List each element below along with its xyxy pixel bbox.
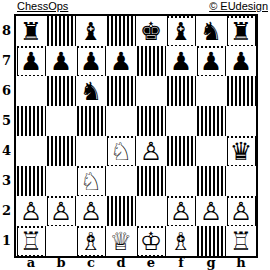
square-c6[interactable]: ♞: [76, 76, 106, 106]
file-label-d: d: [106, 256, 136, 270]
piece-black-king[interactable]: ♚: [138, 18, 164, 45]
piece-white-rook[interactable]: ♖: [18, 228, 44, 255]
piece-black-pawn[interactable]: ♟: [228, 48, 254, 75]
square-a1[interactable]: ♖: [16, 226, 46, 256]
square-f8[interactable]: ♝: [166, 16, 196, 46]
square-h1[interactable]: ♖: [226, 226, 256, 256]
square-f6[interactable]: [166, 76, 196, 106]
square-c1[interactable]: ♗: [76, 226, 106, 256]
square-f4[interactable]: [166, 136, 196, 166]
square-g6[interactable]: [196, 76, 226, 106]
piece-white-knight[interactable]: ♘: [78, 168, 104, 195]
square-e7[interactable]: [136, 46, 166, 76]
square-e5[interactable]: [136, 106, 166, 136]
rank-label-4: 4: [0, 136, 13, 166]
square-b7[interactable]: ♟: [46, 46, 76, 76]
square-g1[interactable]: [196, 226, 226, 256]
square-b5[interactable]: [46, 106, 76, 136]
square-h8[interactable]: ♜: [226, 16, 256, 46]
page: { "header": { "title": "ChessOps", "cred…: [0, 0, 270, 270]
square-f2[interactable]: ♙: [166, 196, 196, 226]
square-g7[interactable]: ♟: [196, 46, 226, 76]
square-a6[interactable]: [16, 76, 46, 106]
square-d1[interactable]: ♕: [106, 226, 136, 256]
square-d7[interactable]: ♟: [106, 46, 136, 76]
rank-label-7: 7: [0, 46, 13, 76]
file-label-b: b: [46, 256, 76, 270]
file-label-h: h: [226, 256, 256, 270]
file-label-c: c: [76, 256, 106, 270]
title-bar: ChessOps © EUdesign: [0, 0, 270, 14]
piece-white-queen[interactable]: ♕: [108, 228, 134, 255]
square-b1[interactable]: [46, 226, 76, 256]
rank-labels: 87654321: [0, 16, 14, 256]
square-f1[interactable]: ♗: [166, 226, 196, 256]
square-e4[interactable]: ♙: [136, 136, 166, 166]
square-f3[interactable]: [166, 166, 196, 196]
square-c7[interactable]: ♟: [76, 46, 106, 76]
app-title: ChessOps: [17, 0, 68, 12]
square-g5[interactable]: [196, 106, 226, 136]
square-a5[interactable]: [16, 106, 46, 136]
rank-label-2: 2: [0, 196, 13, 226]
square-h2[interactable]: ♙: [226, 196, 256, 226]
square-c8[interactable]: ♝: [76, 16, 106, 46]
piece-black-bishop[interactable]: ♝: [168, 18, 194, 45]
square-b8[interactable]: [46, 16, 76, 46]
piece-white-bishop[interactable]: ♗: [168, 228, 194, 255]
square-h4[interactable]: ♛: [226, 136, 256, 166]
square-c5[interactable]: [76, 106, 106, 136]
piece-black-knight[interactable]: ♞: [198, 18, 224, 45]
square-c4[interactable]: [76, 136, 106, 166]
piece-white-pawn[interactable]: ♙: [168, 198, 194, 225]
square-e6[interactable]: [136, 76, 166, 106]
piece-white-bishop[interactable]: ♗: [78, 228, 104, 255]
piece-black-pawn[interactable]: ♟: [168, 48, 194, 75]
square-a4[interactable]: [16, 136, 46, 166]
piece-white-rook[interactable]: ♖: [228, 228, 254, 255]
square-d3[interactable]: [106, 166, 136, 196]
square-d8[interactable]: [106, 16, 136, 46]
rank-label-6: 6: [0, 76, 13, 106]
square-d5[interactable]: [106, 106, 136, 136]
piece-black-rook[interactable]: ♜: [18, 18, 44, 45]
rank-label-3: 3: [0, 166, 13, 196]
piece-white-knight[interactable]: ♘: [108, 138, 134, 165]
file-label-g: g: [196, 256, 226, 270]
piece-white-pawn[interactable]: ♙: [48, 198, 74, 225]
square-d4[interactable]: ♘: [106, 136, 136, 166]
square-b3[interactable]: [46, 166, 76, 196]
square-h5[interactable]: [226, 106, 256, 136]
piece-white-pawn[interactable]: ♙: [78, 198, 104, 225]
piece-black-pawn[interactable]: ♟: [48, 48, 74, 75]
square-g8[interactable]: ♞: [196, 16, 226, 46]
square-g4[interactable]: [196, 136, 226, 166]
piece-black-queen[interactable]: ♛: [228, 138, 254, 165]
file-labels: abcdefgh: [16, 256, 256, 270]
rank-label-5: 5: [0, 106, 13, 136]
piece-black-knight[interactable]: ♞: [78, 78, 104, 105]
square-f7[interactable]: ♟: [166, 46, 196, 76]
square-c3[interactable]: ♘: [76, 166, 106, 196]
rank-label-8: 8: [0, 16, 13, 46]
square-e8[interactable]: ♚: [136, 16, 166, 46]
square-h3[interactable]: [226, 166, 256, 196]
piece-white-king[interactable]: ♔: [138, 228, 164, 255]
square-f5[interactable]: [166, 106, 196, 136]
square-d6[interactable]: [106, 76, 136, 106]
piece-black-pawn[interactable]: ♟: [108, 48, 134, 75]
rank-label-1: 1: [0, 226, 13, 256]
square-e2[interactable]: [136, 196, 166, 226]
file-label-e: e: [136, 256, 166, 270]
square-c2[interactable]: ♙: [76, 196, 106, 226]
piece-black-pawn[interactable]: ♟: [198, 48, 224, 75]
square-g3[interactable]: [196, 166, 226, 196]
piece-white-pawn[interactable]: ♙: [138, 138, 164, 165]
square-d2[interactable]: [106, 196, 136, 226]
square-e1[interactable]: ♔: [136, 226, 166, 256]
square-b6[interactable]: [46, 76, 76, 106]
copyright-credit: © EUdesign: [209, 0, 268, 12]
square-a2[interactable]: ♙: [16, 196, 46, 226]
file-label-f: f: [166, 256, 196, 270]
square-a7[interactable]: ♟: [16, 46, 46, 76]
piece-black-pawn[interactable]: ♟: [78, 48, 104, 75]
chess-board: ♜♝♚♝♞♜♟♟♟♟♟♟♟♞♘♙♛♘♙♙♙♙♙♙♖♗♕♔♗♖: [14, 14, 258, 258]
piece-white-pawn[interactable]: ♙: [198, 198, 224, 225]
square-b4[interactable]: [46, 136, 76, 166]
piece-white-pawn[interactable]: ♙: [228, 198, 254, 225]
piece-black-rook[interactable]: ♜: [228, 18, 254, 45]
square-b2[interactable]: ♙: [46, 196, 76, 226]
square-g2[interactable]: ♙: [196, 196, 226, 226]
piece-black-pawn[interactable]: ♟: [18, 48, 44, 75]
square-e3[interactable]: [136, 166, 166, 196]
file-label-a: a: [16, 256, 46, 270]
piece-white-pawn[interactable]: ♙: [18, 198, 44, 225]
square-a8[interactable]: ♜: [16, 16, 46, 46]
square-h7[interactable]: ♟: [226, 46, 256, 76]
square-a3[interactable]: [16, 166, 46, 196]
piece-black-bishop[interactable]: ♝: [78, 18, 104, 45]
square-h6[interactable]: [226, 76, 256, 106]
